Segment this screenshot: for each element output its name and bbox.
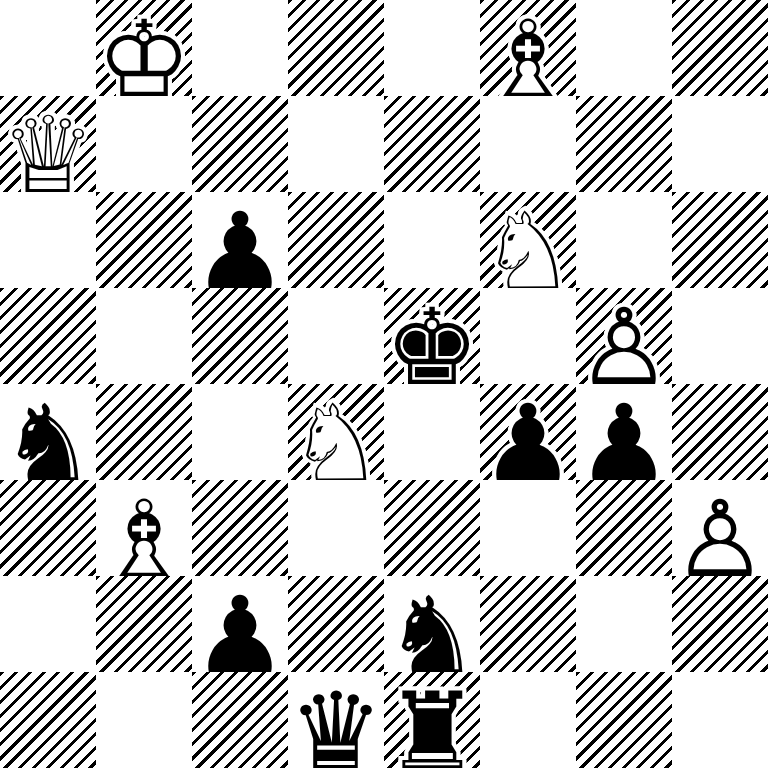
square-d3[interactable]: [288, 480, 384, 576]
square-a6[interactable]: [0, 192, 96, 288]
piece-black-pawn-g4[interactable]: ♟♟: [576, 384, 672, 480]
square-g1[interactable]: [576, 672, 672, 768]
square-b2[interactable]: [96, 576, 192, 672]
black-pawn-icon: ♟: [192, 199, 287, 288]
square-g3[interactable]: [576, 480, 672, 576]
black-knight-icon: ♞: [0, 391, 95, 480]
white-pawn-icon: ♙: [672, 487, 767, 576]
square-d7[interactable]: [288, 96, 384, 192]
black-knight-icon: ♞: [384, 583, 479, 672]
square-f3[interactable]: [480, 480, 576, 576]
square-d1[interactable]: ♛♛: [288, 672, 384, 768]
black-pawn-icon: ♟: [192, 583, 287, 672]
square-b6[interactable]: [96, 192, 192, 288]
piece-white-bishop-b3[interactable]: ♝♗: [96, 480, 192, 576]
piece-black-rook-e1[interactable]: ♜♜: [384, 672, 480, 768]
square-b7[interactable]: [96, 96, 192, 192]
square-f6[interactable]: ♞♘: [480, 192, 576, 288]
square-e2[interactable]: ♞♞: [384, 576, 480, 672]
white-knight-icon: ♘: [288, 391, 383, 480]
piece-black-knight-a4[interactable]: ♞♞: [0, 384, 96, 480]
white-pawn-icon: ♙: [576, 295, 671, 384]
white-knight-icon: ♘: [480, 199, 575, 288]
piece-black-king-e5[interactable]: ♚♚: [384, 288, 480, 384]
square-b8[interactable]: ♚♔: [96, 0, 192, 96]
square-g4[interactable]: ♟♟: [576, 384, 672, 480]
square-d6[interactable]: [288, 192, 384, 288]
square-e3[interactable]: [384, 480, 480, 576]
square-e1[interactable]: ♜♜: [384, 672, 480, 768]
chess-board: ♚♔♝♗♛♕♟♟♞♘♚♚♟♙♞♞♞♘♟♟♟♟♝♗♟♙♟♟♞♞♛♛♜♜: [0, 0, 768, 768]
square-a2[interactable]: [0, 576, 96, 672]
square-a3[interactable]: [0, 480, 96, 576]
square-e7[interactable]: [384, 96, 480, 192]
black-queen-icon: ♛: [288, 679, 383, 768]
piece-black-queen-d1[interactable]: ♛♛: [288, 672, 384, 768]
square-h7[interactable]: [672, 96, 768, 192]
piece-white-queen-a7[interactable]: ♛♕: [0, 96, 96, 192]
square-f1[interactable]: [480, 672, 576, 768]
piece-black-pawn-f4[interactable]: ♟♟: [480, 384, 576, 480]
square-f7[interactable]: [480, 96, 576, 192]
square-a8[interactable]: [0, 0, 96, 96]
square-c7[interactable]: [192, 96, 288, 192]
white-queen-icon: ♕: [0, 103, 95, 192]
square-d2[interactable]: [288, 576, 384, 672]
square-h4[interactable]: [672, 384, 768, 480]
piece-black-pawn-c2[interactable]: ♟♟: [192, 576, 288, 672]
square-f2[interactable]: [480, 576, 576, 672]
square-c4[interactable]: [192, 384, 288, 480]
piece-black-pawn-c6[interactable]: ♟♟: [192, 192, 288, 288]
square-h2[interactable]: [672, 576, 768, 672]
white-bishop-icon: ♗: [480, 7, 575, 96]
square-e6[interactable]: [384, 192, 480, 288]
square-g7[interactable]: [576, 96, 672, 192]
square-c6[interactable]: ♟♟: [192, 192, 288, 288]
square-g6[interactable]: [576, 192, 672, 288]
square-a4[interactable]: ♞♞: [0, 384, 96, 480]
square-a7[interactable]: ♛♕: [0, 96, 96, 192]
piece-black-knight-e2[interactable]: ♞♞: [384, 576, 480, 672]
square-h8[interactable]: [672, 0, 768, 96]
square-f8[interactable]: ♝♗: [480, 0, 576, 96]
black-pawn-icon: ♟: [576, 391, 671, 480]
square-g8[interactable]: [576, 0, 672, 96]
square-e5[interactable]: ♚♚: [384, 288, 480, 384]
square-b1[interactable]: [96, 672, 192, 768]
square-b5[interactable]: [96, 288, 192, 384]
piece-white-knight-f6[interactable]: ♞♘: [480, 192, 576, 288]
black-rook-icon: ♜: [384, 679, 479, 768]
square-a5[interactable]: [0, 288, 96, 384]
piece-white-pawn-g5[interactable]: ♟♙: [576, 288, 672, 384]
square-g2[interactable]: [576, 576, 672, 672]
white-king-icon: ♔: [96, 7, 191, 96]
square-c5[interactable]: [192, 288, 288, 384]
square-f4[interactable]: ♟♟: [480, 384, 576, 480]
square-h5[interactable]: [672, 288, 768, 384]
square-b3[interactable]: ♝♗: [96, 480, 192, 576]
square-c8[interactable]: [192, 0, 288, 96]
piece-white-knight-d4[interactable]: ♞♘: [288, 384, 384, 480]
piece-white-king-b8[interactable]: ♚♔: [96, 0, 192, 96]
piece-white-bishop-f8[interactable]: ♝♗: [480, 0, 576, 96]
square-d4[interactable]: ♞♘: [288, 384, 384, 480]
black-pawn-icon: ♟: [480, 391, 575, 480]
piece-white-pawn-h3[interactable]: ♟♙: [672, 480, 768, 576]
square-c3[interactable]: [192, 480, 288, 576]
square-h3[interactable]: ♟♙: [672, 480, 768, 576]
square-e4[interactable]: [384, 384, 480, 480]
white-bishop-icon: ♗: [96, 487, 191, 576]
square-f5[interactable]: [480, 288, 576, 384]
black-king-icon: ♚: [384, 295, 479, 384]
square-c1[interactable]: [192, 672, 288, 768]
square-d5[interactable]: [288, 288, 384, 384]
square-h1[interactable]: [672, 672, 768, 768]
square-d8[interactable]: [288, 0, 384, 96]
square-a1[interactable]: [0, 672, 96, 768]
square-h6[interactable]: [672, 192, 768, 288]
square-e8[interactable]: [384, 0, 480, 96]
square-c2[interactable]: ♟♟: [192, 576, 288, 672]
square-b4[interactable]: [96, 384, 192, 480]
square-g5[interactable]: ♟♙: [576, 288, 672, 384]
